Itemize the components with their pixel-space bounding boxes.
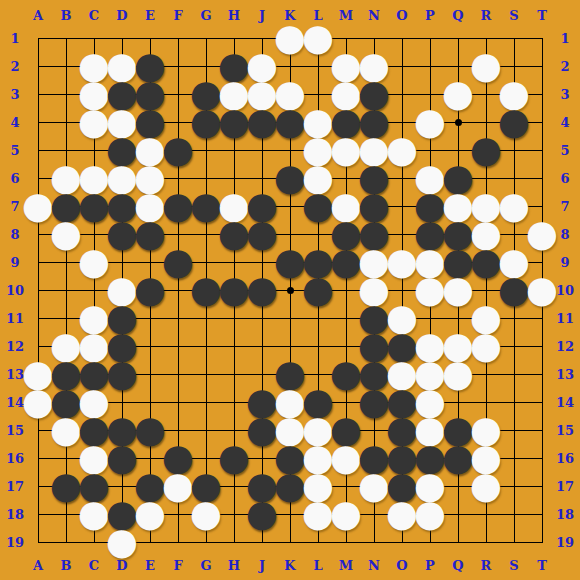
black-stone-G7: ● xyxy=(192,192,220,220)
white-stone-M18: ● xyxy=(332,500,360,528)
row-label-right-19: 19 xyxy=(553,534,577,550)
white-stone-N17: ● xyxy=(360,472,388,500)
row-label-right-3: 3 xyxy=(553,86,577,102)
black-stone-R5: ● xyxy=(472,136,500,164)
white-stone-C4: ● xyxy=(80,108,108,136)
white-stone-A14: ● xyxy=(24,388,52,416)
white-stone-L1: ● xyxy=(304,24,332,52)
star-point-K10 xyxy=(287,287,294,294)
black-stone-D16: ● xyxy=(108,444,136,472)
col-label-bottom-H: H xyxy=(222,557,246,573)
row-label-right-1: 1 xyxy=(553,30,577,46)
white-stone-O9: ● xyxy=(388,248,416,276)
row-label-right-5: 5 xyxy=(553,142,577,158)
white-stone-O5: ● xyxy=(388,136,416,164)
col-label-top-M: M xyxy=(334,7,358,23)
row-label-right-4: 4 xyxy=(553,114,577,130)
col-label-top-E: E xyxy=(138,7,162,23)
black-stone-J10: ● xyxy=(248,276,276,304)
black-stone-E8: ● xyxy=(136,220,164,248)
black-stone-F7: ● xyxy=(164,192,192,220)
col-label-bottom-L: L xyxy=(306,557,330,573)
black-stone-J15: ● xyxy=(248,416,276,444)
go-board[interactable]: AA11BB22CC33DD44EE55FF66GG77HH88JJ99KK10… xyxy=(0,0,580,580)
col-label-top-C: C xyxy=(82,7,106,23)
col-label-bottom-R: R xyxy=(474,557,498,573)
col-label-top-N: N xyxy=(362,7,386,23)
col-label-bottom-N: N xyxy=(362,557,386,573)
white-stone-R2: ● xyxy=(472,52,500,80)
row-label-right-16: 16 xyxy=(553,450,577,466)
col-label-bottom-T: T xyxy=(530,557,554,573)
col-label-top-G: G xyxy=(194,7,218,23)
black-stone-S10: ● xyxy=(500,276,528,304)
black-stone-J18: ● xyxy=(248,500,276,528)
col-label-top-J: J xyxy=(250,7,274,23)
white-stone-S7: ● xyxy=(500,192,528,220)
white-stone-O18: ● xyxy=(388,500,416,528)
col-label-top-O: O xyxy=(390,7,414,23)
row-label-right-11: 11 xyxy=(553,310,577,326)
row-label-left-19: 19 xyxy=(3,534,27,550)
row-label-right-2: 2 xyxy=(553,58,577,74)
black-stone-Q16: ● xyxy=(444,444,472,472)
col-label-bottom-A: A xyxy=(26,557,50,573)
col-label-top-B: B xyxy=(54,7,78,23)
row-label-left-18: 18 xyxy=(3,506,27,522)
black-stone-J4: ● xyxy=(248,108,276,136)
black-stone-S4: ● xyxy=(500,108,528,136)
row-label-right-6: 6 xyxy=(553,170,577,186)
col-label-top-F: F xyxy=(166,7,190,23)
white-stone-A7: ● xyxy=(24,192,52,220)
white-stone-P18: ● xyxy=(416,500,444,528)
white-stone-G18: ● xyxy=(192,500,220,528)
col-label-bottom-Q: Q xyxy=(446,557,470,573)
row-label-left-16: 16 xyxy=(3,450,27,466)
white-stone-M5: ● xyxy=(332,136,360,164)
col-label-top-R: R xyxy=(474,7,498,23)
white-stone-Q13: ● xyxy=(444,360,472,388)
row-label-left-5: 5 xyxy=(3,142,27,158)
col-label-bottom-E: E xyxy=(138,557,162,573)
row-label-right-12: 12 xyxy=(553,338,577,354)
row-label-left-3: 3 xyxy=(3,86,27,102)
col-label-bottom-B: B xyxy=(54,557,78,573)
col-label-bottom-S: S xyxy=(502,557,526,573)
row-label-right-18: 18 xyxy=(553,506,577,522)
row-label-right-15: 15 xyxy=(553,422,577,438)
star-point-Q4 xyxy=(455,119,462,126)
white-stone-Q3: ● xyxy=(444,80,472,108)
white-stone-B8: ● xyxy=(52,220,80,248)
black-stone-R9: ● xyxy=(472,248,500,276)
black-stone-N14: ● xyxy=(360,388,388,416)
white-stone-P4: ● xyxy=(416,108,444,136)
black-stone-K6: ● xyxy=(276,164,304,192)
col-label-bottom-F: F xyxy=(166,557,190,573)
col-label-bottom-C: C xyxy=(82,557,106,573)
row-label-right-17: 17 xyxy=(553,478,577,494)
black-stone-D13: ● xyxy=(108,360,136,388)
col-label-bottom-P: P xyxy=(418,557,442,573)
col-label-bottom-K: K xyxy=(278,557,302,573)
white-stone-Q10: ● xyxy=(444,276,472,304)
row-label-left-1: 1 xyxy=(3,30,27,46)
col-label-bottom-G: G xyxy=(194,557,218,573)
white-stone-C18: ● xyxy=(80,500,108,528)
black-stone-H8: ● xyxy=(220,220,248,248)
black-stone-G4: ● xyxy=(192,108,220,136)
black-stone-D8: ● xyxy=(108,220,136,248)
row-label-left-10: 10 xyxy=(3,282,27,298)
black-stone-E15: ● xyxy=(136,416,164,444)
col-label-top-A: A xyxy=(26,7,50,23)
col-label-bottom-J: J xyxy=(250,557,274,573)
white-stone-B15: ● xyxy=(52,416,80,444)
col-label-top-Q: Q xyxy=(446,7,470,23)
black-stone-H4: ● xyxy=(220,108,248,136)
row-label-right-13: 13 xyxy=(553,366,577,382)
black-stone-K17: ● xyxy=(276,472,304,500)
black-stone-M9: ● xyxy=(332,248,360,276)
black-stone-L10: ● xyxy=(304,276,332,304)
white-stone-R17: ● xyxy=(472,472,500,500)
black-stone-K9: ● xyxy=(276,248,304,276)
col-label-bottom-O: O xyxy=(390,557,414,573)
white-stone-L18: ● xyxy=(304,500,332,528)
row-label-left-2: 2 xyxy=(3,58,27,74)
black-stone-F9: ● xyxy=(164,248,192,276)
black-stone-H10: ● xyxy=(220,276,248,304)
col-label-top-P: P xyxy=(418,7,442,23)
black-stone-M13: ● xyxy=(332,360,360,388)
col-label-top-H: H xyxy=(222,7,246,23)
row-label-left-17: 17 xyxy=(3,478,27,494)
col-label-top-S: S xyxy=(502,7,526,23)
black-stone-E10: ● xyxy=(136,276,164,304)
white-stone-K1: ● xyxy=(276,24,304,52)
black-stone-H16: ● xyxy=(220,444,248,472)
white-stone-R12: ● xyxy=(472,332,500,360)
col-label-top-T: T xyxy=(530,7,554,23)
row-label-left-8: 8 xyxy=(3,226,27,242)
white-stone-F17: ● xyxy=(164,472,192,500)
white-stone-D19: ● xyxy=(108,528,136,556)
col-label-bottom-M: M xyxy=(334,557,358,573)
black-stone-J8: ● xyxy=(248,220,276,248)
col-label-top-D: D xyxy=(110,7,134,23)
row-label-left-15: 15 xyxy=(3,422,27,438)
row-label-left-9: 9 xyxy=(3,254,27,270)
white-stone-T8: ● xyxy=(528,220,556,248)
black-stone-B17: ● xyxy=(52,472,80,500)
row-label-left-4: 4 xyxy=(3,114,27,130)
white-stone-E18: ● xyxy=(136,500,164,528)
black-stone-K4: ● xyxy=(276,108,304,136)
black-stone-F5: ● xyxy=(164,136,192,164)
row-label-right-14: 14 xyxy=(553,394,577,410)
white-stone-T10: ● xyxy=(528,276,556,304)
white-stone-P10: ● xyxy=(416,276,444,304)
black-stone-L7: ● xyxy=(304,192,332,220)
white-stone-M16: ● xyxy=(332,444,360,472)
white-stone-C9: ● xyxy=(80,248,108,276)
black-stone-C7: ● xyxy=(80,192,108,220)
row-label-left-11: 11 xyxy=(3,310,27,326)
black-stone-G10: ● xyxy=(192,276,220,304)
